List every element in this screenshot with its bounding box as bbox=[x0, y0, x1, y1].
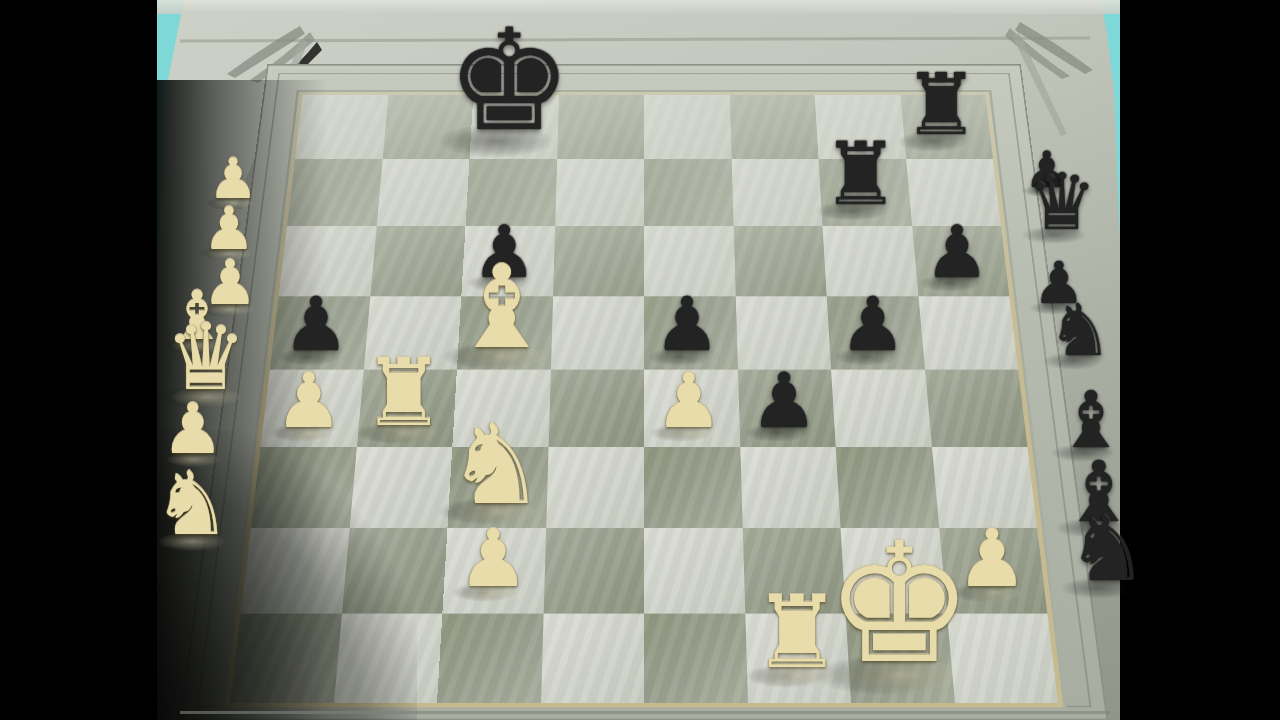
white-king-g1[interactable]: ♚ bbox=[825, 521, 973, 687]
letterbox-bar-left bbox=[0, 0, 157, 720]
square-h4[interactable] bbox=[925, 370, 1028, 447]
offboard-black-queen[interactable]: ♛ bbox=[1027, 163, 1097, 241]
square-e3[interactable] bbox=[644, 447, 742, 528]
white-rook-b4[interactable]: ♜ bbox=[362, 347, 446, 440]
black-pawn-a5[interactable]: ♟ bbox=[283, 288, 350, 362]
square-d6[interactable] bbox=[553, 226, 644, 296]
table-bottom-edge bbox=[180, 711, 1110, 714]
white-pawn-a4[interactable]: ♟ bbox=[275, 363, 343, 439]
white-pawn-e4[interactable]: ♟ bbox=[655, 363, 723, 439]
square-d5[interactable] bbox=[550, 296, 644, 370]
square-e7[interactable] bbox=[644, 159, 733, 226]
black-pawn-e5[interactable]: ♟ bbox=[654, 288, 721, 362]
square-d1[interactable] bbox=[541, 613, 645, 703]
square-h5[interactable] bbox=[918, 296, 1018, 370]
square-b7[interactable] bbox=[376, 159, 469, 226]
square-d2[interactable] bbox=[543, 528, 644, 613]
chess-app-screen: ♚♜♜♟♟♟♝♟♟♟♜♟♟♞♟♟♜♚♟♟♟♝♛♟♞♟♛♟♞♝♝♞ bbox=[0, 0, 1280, 720]
square-d3[interactable] bbox=[546, 447, 644, 528]
square-f8[interactable] bbox=[729, 95, 818, 159]
letterbox-bar-right bbox=[1120, 0, 1280, 720]
black-rook-h8[interactable]: ♜ bbox=[903, 63, 979, 148]
offboard-black-knight[interactable]: ♞ bbox=[1067, 504, 1148, 594]
black-pawn-f4[interactable]: ♟ bbox=[750, 363, 818, 439]
white-bishop-c5[interactable]: ♝ bbox=[450, 250, 553, 365]
square-e2[interactable] bbox=[644, 528, 745, 613]
white-knight-c3[interactable]: ♞ bbox=[446, 409, 546, 520]
square-f6[interactable] bbox=[733, 226, 826, 296]
square-d7[interactable] bbox=[555, 159, 644, 226]
square-c1[interactable] bbox=[437, 613, 543, 703]
black-king-c8[interactable]: ♚ bbox=[447, 11, 572, 151]
offboard-white-knight[interactable]: ♞ bbox=[153, 460, 232, 548]
black-pawn-h6[interactable]: ♟ bbox=[925, 216, 990, 288]
square-e1[interactable] bbox=[644, 613, 748, 703]
black-pawn-g5[interactable]: ♟ bbox=[839, 288, 906, 362]
square-g4[interactable] bbox=[831, 370, 931, 447]
black-rook-g7[interactable]: ♜ bbox=[822, 131, 900, 218]
square-f7[interactable] bbox=[731, 159, 822, 226]
square-d4[interactable] bbox=[548, 370, 644, 447]
white-pawn-c2[interactable]: ♟ bbox=[457, 519, 529, 599]
square-e8[interactable] bbox=[644, 95, 731, 159]
offboard-black-knight[interactable]: ♞ bbox=[1048, 294, 1113, 366]
